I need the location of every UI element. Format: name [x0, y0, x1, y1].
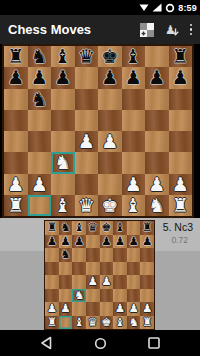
piece-black-pawn: ♟ — [101, 68, 118, 87]
back-button[interactable] — [40, 336, 53, 350]
square-f2[interactable]: ♟ — [122, 174, 146, 195]
home-icon — [94, 337, 107, 350]
square-b5 — [59, 262, 73, 276]
square-h7: ♟ — [140, 235, 154, 249]
square-a3[interactable] — [4, 152, 28, 173]
piece-white-pawn: ♟ — [101, 276, 111, 288]
square-c2[interactable] — [51, 174, 75, 195]
square-c7[interactable]: ♟ — [51, 67, 75, 88]
square-b1 — [59, 316, 73, 330]
piece-black-bishop: ♝ — [115, 222, 125, 234]
piece-white-pawn: ♟ — [47, 303, 57, 315]
square-d2 — [86, 302, 100, 316]
square-h3[interactable] — [169, 152, 193, 173]
piece-white-rook: ♜ — [7, 196, 24, 215]
square-g6 — [127, 248, 141, 262]
square-c4[interactable] — [51, 131, 75, 152]
piece-white-pawn: ♟ — [60, 303, 70, 315]
piece-black-pawn: ♟ — [31, 68, 48, 87]
square-h3 — [140, 289, 154, 303]
piece-white-pawn: ♟ — [115, 303, 125, 315]
piece-white-bishop: ♝ — [74, 317, 84, 329]
square-d5[interactable] — [75, 110, 99, 131]
square-d3 — [86, 289, 100, 303]
square-d7[interactable] — [75, 67, 99, 88]
square-e5 — [100, 262, 114, 276]
square-c4 — [72, 275, 86, 289]
square-g4[interactable] — [145, 131, 169, 152]
new-board-icon — [140, 23, 154, 37]
square-g5 — [127, 262, 141, 276]
square-g6[interactable] — [145, 89, 169, 110]
square-g8[interactable] — [145, 46, 169, 67]
battery-icon — [165, 3, 175, 13]
square-a5[interactable] — [4, 110, 28, 131]
square-h4[interactable] — [169, 131, 193, 152]
square-d6[interactable] — [75, 89, 99, 110]
back-icon — [40, 336, 53, 350]
square-g7: ♟ — [127, 235, 141, 249]
square-f5 — [113, 262, 127, 276]
square-c5 — [72, 262, 86, 276]
wifi-icon — [139, 3, 149, 12]
overflow-menu-button[interactable] — [188, 23, 195, 37]
square-e1: ♚ — [100, 316, 114, 330]
piece-white-pawn: ♟ — [142, 303, 152, 315]
square-e5[interactable] — [98, 110, 122, 131]
square-b1[interactable] — [28, 195, 52, 216]
square-a6[interactable] — [4, 89, 28, 110]
square-c3: ♞ — [72, 289, 86, 303]
preview-board[interactable]: ♜♞♝♛♚♝♜♟♟♟♟♟♟♟♞♟♟♞♟♟♟♟♟♜♝♛♚♝♞♜ — [44, 220, 155, 330]
piece-white-king: ♚ — [101, 196, 118, 215]
square-f1: ♝ — [113, 316, 127, 330]
square-f7: ♟ — [113, 235, 127, 249]
recents-icon — [148, 337, 160, 349]
piece-black-pawn: ♟ — [47, 236, 57, 248]
square-h2[interactable]: ♟ — [169, 174, 193, 195]
square-f3[interactable] — [122, 152, 146, 173]
piece-white-knight: ♞ — [54, 153, 71, 172]
square-h6 — [140, 248, 154, 262]
piece-black-king: ♚ — [101, 222, 111, 234]
square-g4 — [127, 275, 141, 289]
cellular-signal-icon — [152, 3, 162, 12]
square-h6[interactable] — [169, 89, 193, 110]
piece-white-pawn: ♟ — [125, 175, 142, 194]
recents-button[interactable] — [148, 337, 160, 349]
piece-black-pawn: ♟ — [60, 236, 70, 248]
piece-black-queen: ♛ — [88, 222, 98, 234]
square-f8: ♝ — [113, 221, 127, 235]
square-h8: ♜ — [140, 221, 154, 235]
square-e6[interactable] — [98, 89, 122, 110]
piece-white-rook: ♜ — [172, 196, 189, 215]
square-c1: ♝ — [72, 316, 86, 330]
new-board-button[interactable] — [140, 23, 154, 37]
piece-black-bishop: ♝ — [125, 47, 142, 66]
analysis-panel: 5. Nc3 0.72 ♜♞♝♛♚♝♜♟♟♟♟♟♟♟♞♟♟♞♟♟♟♟♟♜♝♛♚♝… — [0, 218, 200, 330]
square-c1[interactable]: ♝ — [51, 195, 75, 216]
piece-black-knight: ♞ — [31, 47, 48, 66]
square-g2: ♟ — [127, 302, 141, 316]
phone-screen: 8:59 Chess Moves ♟ — [0, 0, 200, 356]
square-a8: ♜ — [45, 221, 59, 235]
square-e3 — [100, 289, 114, 303]
square-f7[interactable]: ♟ — [122, 67, 146, 88]
square-a6 — [45, 248, 59, 262]
square-b8: ♞ — [59, 221, 73, 235]
square-a3 — [45, 289, 59, 303]
square-h1[interactable]: ♜ — [169, 195, 193, 216]
piece-black-knight: ♞ — [31, 90, 48, 109]
piece-black-pawn: ♟ — [101, 236, 111, 248]
piece-download-icon: ♟ — [163, 22, 179, 37]
main-board: ♜♞♝♛♚♝♜♟♟♟♟♟♟♟♞♟♟♞♟♟♟♟♟♜♝♛♚♝♞♜ — [2, 44, 194, 218]
piece-white-pawn: ♟ — [148, 175, 165, 194]
square-d8[interactable]: ♛ — [75, 46, 99, 67]
square-h8[interactable]: ♜ — [169, 46, 193, 67]
piece-black-knight: ♞ — [60, 222, 70, 234]
square-e7: ♟ — [100, 235, 114, 249]
square-b4 — [59, 275, 73, 289]
square-e7[interactable]: ♟ — [98, 67, 122, 88]
square-b2[interactable]: ♟ — [28, 174, 52, 195]
square-d1: ♛ — [86, 316, 100, 330]
square-b3 — [59, 289, 73, 303]
square-g8 — [127, 221, 141, 235]
piece-white-pawn: ♟ — [88, 276, 98, 288]
square-e2[interactable] — [98, 174, 122, 195]
square-g5[interactable] — [145, 110, 169, 131]
square-g3 — [127, 289, 141, 303]
piece-white-rook: ♜ — [47, 317, 57, 329]
square-f1[interactable]: ♝ — [122, 195, 146, 216]
square-b4[interactable] — [28, 131, 52, 152]
piece-black-pawn: ♟ — [125, 68, 142, 87]
square-b8[interactable]: ♞ — [28, 46, 52, 67]
square-h7[interactable]: ♟ — [169, 67, 193, 88]
square-f3 — [113, 289, 127, 303]
square-a4 — [45, 275, 59, 289]
square-e8[interactable]: ♚ — [98, 46, 122, 67]
square-d1[interactable]: ♛ — [75, 195, 99, 216]
piece-white-king: ♚ — [101, 317, 111, 329]
square-b5[interactable] — [28, 110, 52, 131]
page-title: Chess Moves — [8, 22, 140, 37]
piece-white-bishop: ♝ — [115, 317, 125, 329]
piece-black-pawn: ♟ — [54, 68, 71, 87]
square-a1[interactable]: ♜ — [4, 195, 28, 216]
app-bar: Chess Moves ♟ — [0, 15, 200, 44]
piece-black-rook: ♜ — [47, 222, 57, 234]
square-f4[interactable] — [122, 131, 146, 152]
square-h1: ♜ — [140, 316, 154, 330]
overflow-menu-icon — [188, 23, 195, 37]
square-c5[interactable] — [51, 110, 75, 131]
square-c6[interactable] — [51, 89, 75, 110]
square-h5[interactable] — [169, 110, 193, 131]
square-f6[interactable] — [122, 89, 146, 110]
home-button[interactable] — [94, 337, 107, 350]
square-g7[interactable]: ♟ — [145, 67, 169, 88]
square-e2 — [100, 302, 114, 316]
square-c6 — [72, 248, 86, 262]
square-b6: ♞ — [59, 248, 73, 262]
piece-black-pawn: ♟ — [142, 236, 152, 248]
piece-black-king: ♚ — [101, 47, 118, 66]
square-d3[interactable] — [75, 152, 99, 173]
square-b7[interactable]: ♟ — [28, 67, 52, 88]
piece-white-knight: ♞ — [128, 317, 138, 329]
piece-black-pawn: ♟ — [148, 68, 165, 87]
square-g1[interactable]: ♞ — [145, 195, 169, 216]
square-h5 — [140, 262, 154, 276]
square-d6 — [86, 248, 100, 262]
piece-black-rook: ♜ — [7, 47, 24, 66]
android-nav-bar — [0, 330, 200, 356]
square-f4 — [113, 275, 127, 289]
square-a7[interactable]: ♟ — [4, 67, 28, 88]
square-e3[interactable] — [98, 152, 122, 173]
square-d7 — [86, 235, 100, 249]
square-d2[interactable] — [75, 174, 99, 195]
piece-white-pawn: ♟ — [31, 175, 48, 194]
square-d4[interactable]: ♟ — [75, 131, 99, 152]
square-d4: ♟ — [86, 275, 100, 289]
square-a4[interactable] — [4, 131, 28, 152]
piece-black-rook: ♜ — [142, 222, 152, 234]
piece-white-queen: ♛ — [88, 317, 98, 329]
piece-white-knight: ♞ — [148, 196, 165, 215]
clock-time: 8:59 — [178, 3, 197, 13]
square-h4 — [140, 275, 154, 289]
square-e1[interactable]: ♚ — [98, 195, 122, 216]
piece-black-pawn: ♟ — [115, 236, 125, 248]
piece-white-bishop: ♝ — [125, 196, 142, 215]
square-f8[interactable]: ♝ — [122, 46, 146, 67]
piece-black-pawn: ♟ — [7, 68, 24, 87]
square-c8: ♝ — [72, 221, 86, 235]
piece-black-bishop: ♝ — [74, 222, 84, 234]
square-a2[interactable]: ♟ — [4, 174, 28, 195]
square-e4: ♟ — [100, 275, 114, 289]
square-a5 — [45, 262, 59, 276]
piece-white-queen: ♛ — [78, 196, 95, 215]
square-a8[interactable]: ♜ — [4, 46, 28, 67]
piece-black-queen: ♛ — [78, 47, 95, 66]
square-c8[interactable]: ♝ — [51, 46, 75, 67]
square-c7: ♟ — [72, 235, 86, 249]
piece-black-bishop: ♝ — [54, 47, 71, 66]
square-e6 — [100, 248, 114, 262]
square-e8: ♚ — [100, 221, 114, 235]
piece-black-pawn: ♟ — [128, 236, 138, 248]
piece-white-pawn: ♟ — [172, 175, 189, 194]
square-a1: ♜ — [45, 316, 59, 330]
square-d5 — [86, 262, 100, 276]
square-g3[interactable] — [145, 152, 169, 173]
piece-black-rook: ♜ — [172, 47, 189, 66]
piece-white-rook: ♜ — [142, 317, 152, 329]
square-h2: ♟ — [140, 302, 154, 316]
square-b2: ♟ — [59, 302, 73, 316]
piece-white-bishop: ♝ — [54, 196, 71, 215]
piece-white-knight: ♞ — [74, 290, 84, 302]
square-c3[interactable]: ♞ — [51, 152, 75, 173]
app-bar-actions: ♟ — [140, 22, 195, 37]
square-e4[interactable]: ♟ — [98, 131, 122, 152]
piece-black-pawn: ♟ — [74, 236, 84, 248]
square-g2[interactable]: ♟ — [145, 174, 169, 195]
status-bar: 8:59 — [0, 0, 200, 15]
square-a2: ♟ — [45, 302, 59, 316]
piece-white-pawn: ♟ — [128, 303, 138, 315]
square-b3[interactable] — [28, 152, 52, 173]
square-c2 — [72, 302, 86, 316]
square-f5[interactable] — [122, 110, 146, 131]
piece-black-knight: ♞ — [60, 249, 70, 261]
piece-white-pawn: ♟ — [7, 175, 24, 194]
square-f6 — [113, 248, 127, 262]
square-a7: ♟ — [45, 235, 59, 249]
square-b7: ♟ — [59, 235, 73, 249]
square-b6[interactable]: ♞ — [28, 89, 52, 110]
piece-white-pawn: ♟ — [78, 132, 95, 151]
square-d8: ♛ — [86, 221, 100, 235]
square-f2: ♟ — [113, 302, 127, 316]
piece-black-pawn: ♟ — [172, 68, 189, 87]
square-g1: ♞ — [127, 316, 141, 330]
piece-white-pawn: ♟ — [101, 132, 118, 151]
piece-download-button[interactable]: ♟ — [163, 22, 179, 37]
